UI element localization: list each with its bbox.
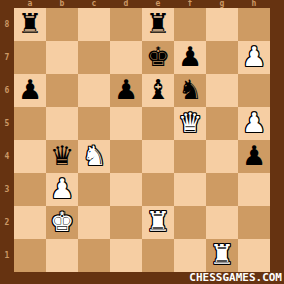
file-label-f: f [174,0,206,8]
file-label-c: c [78,0,110,8]
square-b6[interactable] [46,74,78,107]
square-d4[interactable] [110,140,142,173]
black-pawn-d6[interactable]: ♟ [114,76,138,103]
square-d5[interactable] [110,107,142,140]
square-b3[interactable]: ♟ [46,173,78,206]
square-e3[interactable] [142,173,174,206]
white-knight-c4[interactable]: ♞ [82,142,106,169]
square-h1[interactable] [238,239,270,272]
square-b4[interactable]: ♛ [46,140,78,173]
square-f2[interactable] [174,206,206,239]
square-a8[interactable]: ♜ [14,8,46,41]
square-a5[interactable] [14,107,46,140]
square-e5[interactable] [142,107,174,140]
square-a6[interactable]: ♟ [14,74,46,107]
site-credit: CHESSGAMES.COM [189,272,282,284]
square-b7[interactable] [46,41,78,74]
square-h7[interactable]: ♟ [238,41,270,74]
square-c2[interactable] [78,206,110,239]
square-g3[interactable] [206,173,238,206]
square-e7[interactable]: ♚ [142,41,174,74]
square-e2[interactable]: ♜ [142,206,174,239]
square-c6[interactable] [78,74,110,107]
square-c8[interactable] [78,8,110,41]
board: ♜♜♚♟♟♟♟♝♞♛♟♛♞♟♟♚♜♜ [14,8,270,272]
square-h4[interactable]: ♟ [238,140,270,173]
square-d1[interactable] [110,239,142,272]
rank-label-2: 2 [0,206,14,239]
square-h5[interactable]: ♟ [238,107,270,140]
square-b5[interactable] [46,107,78,140]
square-f7[interactable]: ♟ [174,41,206,74]
square-h8[interactable] [238,8,270,41]
square-a2[interactable] [14,206,46,239]
rank-label-3: 3 [0,173,14,206]
white-rook-g1[interactable]: ♜ [210,241,234,268]
square-f6[interactable]: ♞ [174,74,206,107]
white-queen-f5[interactable]: ♛ [178,109,202,136]
black-knight-f6[interactable]: ♞ [178,76,202,103]
square-d6[interactable]: ♟ [110,74,142,107]
square-g6[interactable] [206,74,238,107]
square-b1[interactable] [46,239,78,272]
square-d2[interactable] [110,206,142,239]
square-a1[interactable] [14,239,46,272]
square-b8[interactable] [46,8,78,41]
square-h6[interactable] [238,74,270,107]
white-pawn-h7[interactable]: ♟ [242,43,266,70]
rank-labels: 87654321 [0,8,14,272]
square-c3[interactable] [78,173,110,206]
square-g4[interactable] [206,140,238,173]
square-c5[interactable] [78,107,110,140]
square-a3[interactable] [14,173,46,206]
square-d7[interactable] [110,41,142,74]
square-e4[interactable] [142,140,174,173]
square-f1[interactable] [174,239,206,272]
square-c1[interactable] [78,239,110,272]
square-g1[interactable]: ♜ [206,239,238,272]
black-pawn-h4[interactable]: ♟ [242,142,266,169]
square-f5[interactable]: ♛ [174,107,206,140]
white-king-b2[interactable]: ♚ [50,208,74,235]
square-b2[interactable]: ♚ [46,206,78,239]
square-h3[interactable] [238,173,270,206]
black-pawn-a6[interactable]: ♟ [18,76,42,103]
square-a4[interactable] [14,140,46,173]
chess-diagram: abcdefgh 87654321 ♜♜♚♟♟♟♟♝♞♛♟♛♞♟♟♚♜♜ CHE… [0,0,284,284]
square-e8[interactable]: ♜ [142,8,174,41]
rank-label-1: 1 [0,239,14,272]
file-label-b: b [46,0,78,8]
white-rook-e2[interactable]: ♜ [146,208,170,235]
black-bishop-e6[interactable]: ♝ [146,76,170,103]
square-e1[interactable] [142,239,174,272]
square-h2[interactable] [238,206,270,239]
file-label-d: d [110,0,142,8]
file-label-e: e [142,0,174,8]
white-pawn-b3[interactable]: ♟ [50,175,74,202]
rank-label-6: 6 [0,74,14,107]
rank-label-8: 8 [0,8,14,41]
square-c4[interactable]: ♞ [78,140,110,173]
file-label-a: a [14,0,46,8]
square-f4[interactable] [174,140,206,173]
black-king-e7[interactable]: ♚ [146,43,170,70]
rank-label-5: 5 [0,107,14,140]
square-c7[interactable] [78,41,110,74]
black-queen-b4[interactable]: ♛ [50,142,74,169]
square-g2[interactable] [206,206,238,239]
square-f3[interactable] [174,173,206,206]
square-e6[interactable]: ♝ [142,74,174,107]
square-f8[interactable] [174,8,206,41]
square-g5[interactable] [206,107,238,140]
square-a7[interactable] [14,41,46,74]
file-label-h: h [238,0,270,8]
white-pawn-h5[interactable]: ♟ [242,109,266,136]
black-rook-a8[interactable]: ♜ [18,10,42,37]
square-g7[interactable] [206,41,238,74]
black-pawn-f7[interactable]: ♟ [178,43,202,70]
square-g8[interactable] [206,8,238,41]
black-rook-e8[interactable]: ♜ [146,10,170,37]
rank-label-4: 4 [0,140,14,173]
file-labels: abcdefgh [14,0,270,8]
rank-label-7: 7 [0,41,14,74]
file-label-g: g [206,0,238,8]
square-d3[interactable] [110,173,142,206]
square-d8[interactable] [110,8,142,41]
